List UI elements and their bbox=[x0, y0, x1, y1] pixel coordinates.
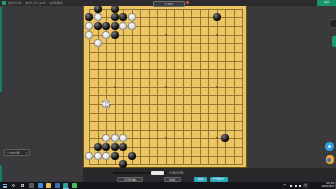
move-counter: 178/178 bbox=[169, 171, 183, 175]
control-button[interactable]: 申请数子 bbox=[210, 177, 228, 182]
white-stone bbox=[85, 31, 93, 39]
grid-line bbox=[89, 104, 243, 105]
white-stone bbox=[94, 39, 102, 47]
grid-line bbox=[89, 95, 243, 96]
grid-line bbox=[89, 113, 243, 114]
dropdown-label: 对局列表 bbox=[7, 151, 20, 155]
black-stone bbox=[111, 13, 119, 21]
mouse-cursor-icon bbox=[105, 101, 111, 109]
grid-line bbox=[208, 9, 209, 166]
control-button[interactable]: 形势判断 bbox=[117, 177, 143, 182]
tray-volume-icon[interactable] bbox=[295, 185, 297, 187]
black-stone bbox=[85, 13, 93, 21]
taskbar-app-icon[interactable] bbox=[55, 183, 60, 188]
star-point bbox=[216, 34, 218, 36]
screen: 对局列表 ▾ 178/178 形势判断悔棋跟随申请数子 围棋对弈 - 黑方 VS… bbox=[0, 0, 336, 189]
notification-badge bbox=[186, 1, 189, 4]
grid-line bbox=[183, 9, 184, 166]
grid-line bbox=[89, 130, 243, 131]
right-panel bbox=[247, 6, 336, 183]
chevron-down-icon: ▾ bbox=[26, 150, 28, 157]
black-stone bbox=[213, 13, 221, 21]
star-point bbox=[165, 34, 167, 36]
black-stone bbox=[119, 143, 127, 151]
black-stone bbox=[111, 152, 119, 160]
side-tab-icon[interactable] bbox=[332, 36, 336, 47]
window-accent-border-top bbox=[0, 7, 2, 92]
online-button[interactable]: 在线 bbox=[317, 0, 336, 6]
white-stone bbox=[128, 13, 136, 21]
title-bar: 围棋对弈 - 黑方 VS 白方 - 研究模式 对局中 在线 bbox=[0, 0, 336, 6]
collapsed-handle-icon[interactable] bbox=[329, 19, 336, 28]
black-stone bbox=[128, 152, 136, 160]
black-stone bbox=[111, 31, 119, 39]
window-accent-border-bottom bbox=[0, 165, 2, 182]
white-stone bbox=[85, 22, 93, 30]
taskbar-app-icon[interactable] bbox=[46, 183, 51, 188]
windows-taskbar: ^ 中 16:19 2021/6/5 bbox=[0, 182, 336, 189]
black-stone bbox=[94, 143, 102, 151]
search-icon[interactable] bbox=[12, 184, 16, 188]
white-stone bbox=[85, 152, 93, 160]
chat-bubble-icon[interactable] bbox=[325, 142, 334, 151]
app-logo-icon bbox=[2, 1, 6, 5]
left-panel: 对局列表 ▾ bbox=[0, 6, 83, 183]
go-board[interactable] bbox=[83, 5, 247, 168]
control-button[interactable]: 跟随 bbox=[194, 177, 207, 182]
taskbar-app-icon[interactable] bbox=[38, 183, 43, 188]
clock-date: 2021/6/5 bbox=[310, 185, 334, 188]
white-stone bbox=[94, 152, 102, 160]
grid-line bbox=[191, 9, 192, 166]
start-button[interactable] bbox=[3, 184, 8, 188]
status-button[interactable]: 对局中 bbox=[153, 1, 185, 7]
white-stone bbox=[102, 134, 110, 142]
game-list-dropdown[interactable]: 对局列表 ▾ bbox=[4, 149, 30, 156]
white-stone bbox=[102, 152, 110, 160]
helper-icon[interactable] bbox=[326, 155, 335, 164]
ime-indicator[interactable]: 中 bbox=[303, 183, 308, 188]
black-stone bbox=[102, 143, 110, 151]
black-stone bbox=[94, 22, 102, 30]
white-stone bbox=[111, 134, 119, 142]
white-stone bbox=[119, 22, 127, 30]
grid-line bbox=[242, 9, 243, 166]
tray-network-icon[interactable] bbox=[290, 185, 292, 187]
black-stone bbox=[111, 22, 119, 30]
control-button[interactable]: 悔棋 bbox=[164, 177, 181, 182]
star-point bbox=[165, 86, 167, 88]
black-stone bbox=[102, 22, 110, 30]
black-stone bbox=[94, 5, 102, 13]
grid-line bbox=[200, 9, 201, 166]
white-stone bbox=[128, 22, 136, 30]
grid-line bbox=[234, 9, 235, 166]
star-point bbox=[216, 86, 218, 88]
white-stone bbox=[102, 31, 110, 39]
control-bar: 178/178 形势判断悔棋跟随申请数子 bbox=[83, 168, 336, 182]
window-title: 围棋对弈 - 黑方 VS 白方 - 研究模式 bbox=[8, 1, 63, 5]
black-stone bbox=[119, 13, 127, 21]
tray-chevron-icon[interactable]: ^ bbox=[283, 183, 286, 188]
grid-line bbox=[89, 164, 243, 165]
move-slider-thumb[interactable] bbox=[151, 171, 164, 175]
grid-line bbox=[89, 121, 243, 122]
star-point bbox=[114, 86, 116, 88]
taskbar-app-icon[interactable] bbox=[72, 183, 77, 188]
taskbar-app-icon[interactable] bbox=[29, 183, 34, 188]
grid-line bbox=[174, 9, 175, 166]
black-stone bbox=[111, 143, 119, 151]
tray-battery-icon[interactable] bbox=[299, 185, 301, 187]
black-stone bbox=[221, 134, 229, 142]
taskbar-app-icon[interactable] bbox=[63, 183, 68, 188]
white-stone bbox=[94, 13, 102, 21]
white-stone bbox=[119, 134, 127, 142]
task-view-icon[interactable] bbox=[21, 184, 25, 187]
taskbar-clock[interactable]: 16:19 2021/6/5 bbox=[310, 182, 334, 188]
active-app-indicator bbox=[63, 188, 69, 189]
